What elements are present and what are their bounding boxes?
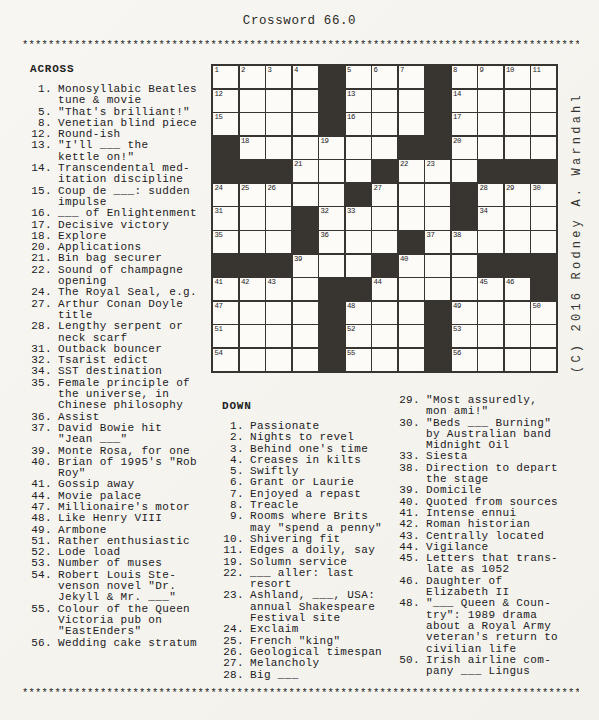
clue-text: Rooms where Britsmay "spend a penny" bbox=[250, 511, 382, 534]
cell-number: 51 bbox=[215, 325, 223, 334]
black-cell bbox=[266, 160, 291, 182]
cell-number: 5 bbox=[347, 66, 351, 75]
cell-number: 43 bbox=[268, 278, 276, 287]
cell-number: 53 bbox=[453, 325, 461, 334]
cell-number: 16 bbox=[347, 113, 355, 122]
grid-cell[interactable]: 15 bbox=[213, 113, 238, 135]
grid-cell[interactable] bbox=[319, 160, 344, 182]
black-cell bbox=[372, 255, 397, 277]
grid-cell[interactable]: 1 bbox=[213, 66, 238, 88]
grid-cell[interactable] bbox=[399, 184, 424, 206]
clue-across-24: 24.The Royal Seal, e.g. bbox=[30, 287, 208, 298]
grid-cell[interactable]: 36 bbox=[319, 231, 344, 253]
grid-cell[interactable] bbox=[478, 349, 503, 371]
cell-number: 4 bbox=[294, 66, 298, 75]
clue-number: 48. bbox=[398, 598, 420, 654]
clue-number: 15. bbox=[30, 186, 52, 209]
grid-cell[interactable] bbox=[505, 302, 530, 324]
grid-cell[interactable]: 9 bbox=[478, 66, 503, 88]
clue-text: "Most assuredly,mon ami!" bbox=[426, 395, 537, 418]
clue-text: ___ of Enlightenment bbox=[58, 208, 197, 219]
grid-cell[interactable]: 53 bbox=[452, 325, 477, 347]
cell-number: 25 bbox=[241, 184, 249, 193]
grid-cell[interactable] bbox=[293, 184, 318, 206]
grid-cell[interactable]: 32 bbox=[319, 207, 344, 229]
grid-cell[interactable] bbox=[425, 207, 450, 229]
cell-number: 21 bbox=[294, 160, 302, 169]
down-header: DOWN bbox=[222, 400, 252, 412]
clue-text: Melancholy bbox=[250, 658, 320, 669]
clue-down-2: 2.Nights to revel bbox=[222, 432, 394, 443]
cell-number: 36 bbox=[321, 231, 329, 240]
clue-down-29: 29."Most assuredly,mon ami!" bbox=[398, 395, 576, 418]
clue-down-7: 7.Enjoyed a repast bbox=[222, 489, 394, 500]
clue-across-56: 56.Wedding cake stratum bbox=[30, 638, 208, 649]
copyright-notice: (C) 2016 Rodney A. Warndahl bbox=[566, 64, 588, 373]
grid-cell[interactable] bbox=[372, 302, 397, 324]
clue-text: Robert Louis Ste-venson novel "Dr.Jekyll… bbox=[58, 570, 176, 604]
grid-cell[interactable]: 47 bbox=[213, 302, 238, 324]
grid-cell[interactable] bbox=[346, 231, 371, 253]
grid-cell[interactable] bbox=[505, 207, 530, 229]
grid-cell[interactable] bbox=[478, 302, 503, 324]
clue-number: 1. bbox=[30, 84, 52, 107]
black-cell bbox=[531, 255, 556, 277]
clue-number: 11. bbox=[222, 545, 244, 556]
clue-across-1: 1.Monosyllabic Beatlestune & movie bbox=[30, 84, 208, 107]
clue-number: 22. bbox=[30, 265, 52, 288]
cell-number: 46 bbox=[506, 278, 514, 287]
clue-text: The Royal Seal, e.g. bbox=[58, 287, 197, 298]
grid-cell[interactable] bbox=[505, 137, 530, 159]
clue-number: 54. bbox=[30, 570, 52, 604]
clue-number: 28. bbox=[222, 670, 244, 681]
grid-cell[interactable]: 56 bbox=[452, 349, 477, 371]
grid-cell[interactable] bbox=[531, 90, 556, 112]
clue-text: Monosyllabic Beatlestune & movie bbox=[58, 84, 197, 107]
grid-cell[interactable] bbox=[240, 207, 265, 229]
grid-cell[interactable]: 20 bbox=[452, 137, 477, 159]
grid-cell[interactable]: 34 bbox=[478, 207, 503, 229]
clue-across-41: 41.Gossip away bbox=[30, 479, 208, 490]
clue-text: Direction to departthe stage bbox=[426, 463, 558, 486]
grid-cell[interactable]: 38 bbox=[452, 231, 477, 253]
black-cell bbox=[319, 325, 344, 347]
grid-cell[interactable] bbox=[425, 184, 450, 206]
cell-number: 42 bbox=[241, 278, 249, 287]
cell-number: 1 bbox=[215, 66, 219, 75]
grid-cell[interactable]: 27 bbox=[372, 184, 397, 206]
grid-cell[interactable] bbox=[372, 137, 397, 159]
grid-cell[interactable] bbox=[293, 90, 318, 112]
grid-cell[interactable]: 51 bbox=[213, 325, 238, 347]
clue-number: 37. bbox=[30, 423, 52, 446]
grid-cell[interactable] bbox=[266, 302, 291, 324]
grid-cell[interactable]: 54 bbox=[213, 349, 238, 371]
grid-cell[interactable] bbox=[478, 231, 503, 253]
black-cell bbox=[452, 207, 477, 229]
cell-number: 31 bbox=[215, 207, 223, 216]
grid-cell[interactable]: 40 bbox=[399, 255, 424, 277]
grid-cell[interactable]: 43 bbox=[266, 278, 291, 300]
cell-number: 22 bbox=[400, 160, 408, 169]
grid-cell[interactable] bbox=[240, 113, 265, 135]
clue-text: Like Henry VIII bbox=[58, 513, 162, 524]
black-cell bbox=[531, 160, 556, 182]
cell-number: 2 bbox=[241, 66, 245, 75]
clue-down-45: 45.Letters that trans-late as 1052 bbox=[398, 553, 576, 576]
clue-down-28: 28.Big ___ bbox=[222, 670, 394, 681]
grid-cell[interactable] bbox=[531, 325, 556, 347]
grid-cell[interactable]: 16 bbox=[346, 113, 371, 135]
grid-cell[interactable]: 31 bbox=[213, 207, 238, 229]
black-cell bbox=[293, 207, 318, 229]
grid-cell[interactable]: 39 bbox=[293, 255, 318, 277]
clue-text: Exclaim bbox=[250, 624, 299, 635]
clue-number: 27. bbox=[222, 658, 244, 669]
grid-cell[interactable]: 4 bbox=[293, 66, 318, 88]
cell-number: 40 bbox=[400, 255, 408, 264]
grid-cell[interactable] bbox=[293, 278, 318, 300]
clue-text: Gossip away bbox=[58, 479, 134, 490]
grid-cell[interactable]: 17 bbox=[452, 113, 477, 135]
grid-cell[interactable]: 19 bbox=[319, 137, 344, 159]
clue-number: 39. bbox=[398, 485, 420, 496]
clue-number: 48. bbox=[30, 513, 52, 524]
grid-cell[interactable] bbox=[266, 113, 291, 135]
grid-cell[interactable]: 3 bbox=[266, 66, 291, 88]
grid-cell[interactable]: 55 bbox=[346, 349, 371, 371]
grid-cell[interactable]: 13 bbox=[346, 90, 371, 112]
grid-cell[interactable] bbox=[531, 137, 556, 159]
grid-cell[interactable] bbox=[505, 90, 530, 112]
black-cell bbox=[240, 160, 265, 182]
grid-cell[interactable]: 30 bbox=[531, 184, 556, 206]
grid-cell[interactable]: 44 bbox=[372, 278, 397, 300]
black-cell bbox=[372, 160, 397, 182]
cell-number: 9 bbox=[480, 66, 484, 75]
clue-number: 41. bbox=[30, 479, 52, 490]
grid-cell[interactable]: 50 bbox=[531, 302, 556, 324]
clue-text: Daughter ofElizabeth II bbox=[426, 576, 509, 599]
cell-number: 41 bbox=[215, 278, 223, 287]
clue-text: Wedding cake stratum bbox=[58, 638, 197, 649]
grid-cell[interactable]: 48 bbox=[346, 302, 371, 324]
divider-bottom: ****************************************… bbox=[22, 687, 579, 699]
grid-cell[interactable] bbox=[399, 325, 424, 347]
black-cell bbox=[425, 66, 450, 88]
grid-cell[interactable]: 22 bbox=[399, 160, 424, 182]
clue-number: 22. bbox=[222, 568, 244, 591]
grid-cell[interactable]: 49 bbox=[452, 302, 477, 324]
clue-text: Nights to revel bbox=[250, 432, 354, 443]
cell-number: 18 bbox=[241, 137, 249, 146]
grid-cell[interactable] bbox=[293, 302, 318, 324]
black-cell bbox=[319, 90, 344, 112]
grid-cell[interactable]: 7 bbox=[399, 66, 424, 88]
grid-cell[interactable] bbox=[293, 349, 318, 371]
clue-down-9: 9.Rooms where Britsmay "spend a penny" bbox=[222, 511, 394, 534]
cell-number: 47 bbox=[215, 302, 223, 311]
grid-cell[interactable] bbox=[372, 231, 397, 253]
cell-number: 29 bbox=[506, 184, 514, 193]
clue-text: "___ Queen & Coun-try": 1989 dramaabout … bbox=[426, 598, 558, 654]
grid-cell[interactable] bbox=[372, 349, 397, 371]
grid-cell[interactable] bbox=[531, 349, 556, 371]
cell-number: 52 bbox=[347, 325, 355, 334]
black-cell bbox=[346, 184, 371, 206]
grid-cell[interactable]: 41 bbox=[213, 278, 238, 300]
clue-text: Female principle ofthe universe, inChine… bbox=[58, 378, 190, 412]
grid-cell[interactable]: 2 bbox=[240, 66, 265, 88]
grid-cell[interactable]: 37 bbox=[425, 231, 450, 253]
across-header: ACROSS bbox=[30, 63, 74, 75]
cell-number: 17 bbox=[453, 113, 461, 122]
black-cell bbox=[425, 137, 450, 159]
cell-number: 20 bbox=[453, 137, 461, 146]
cell-number: 26 bbox=[268, 184, 276, 193]
grid-cell[interactable] bbox=[478, 90, 503, 112]
cell-number: 49 bbox=[453, 302, 461, 311]
clue-text: Brian of 1995's "RobRoy" bbox=[58, 457, 197, 480]
clue-across-14: 14.Transcendental med-itation discipline bbox=[30, 163, 208, 186]
cell-number: 34 bbox=[480, 207, 488, 216]
grid-cell[interactable]: 11 bbox=[531, 66, 556, 88]
grid-cell[interactable]: 45 bbox=[478, 278, 503, 300]
grid-cell[interactable]: 26 bbox=[266, 184, 291, 206]
cell-number: 55 bbox=[347, 349, 355, 358]
grid-cell[interactable] bbox=[346, 160, 371, 182]
grid-cell[interactable] bbox=[399, 302, 424, 324]
black-cell bbox=[505, 160, 530, 182]
black-cell bbox=[425, 302, 450, 324]
grid-cell[interactable]: 28 bbox=[478, 184, 503, 206]
clue-number: 24. bbox=[222, 624, 244, 635]
grid-cell[interactable]: 25 bbox=[240, 184, 265, 206]
black-cell bbox=[505, 255, 530, 277]
grid-cell[interactable] bbox=[399, 349, 424, 371]
cell-number: 37 bbox=[427, 231, 435, 240]
clue-text: Ashland, ___, USA:annual ShakespeareFest… bbox=[250, 590, 375, 624]
grid-cell[interactable] bbox=[319, 184, 344, 206]
clue-number: 29. bbox=[398, 395, 420, 418]
clue-across-40: 40.Brian of 1995's "RobRoy" bbox=[30, 457, 208, 480]
clue-down-4: 4.Creases in kilts bbox=[222, 455, 394, 466]
across-clue-list: 1.Monosyllabic Beatlestune & movie5."Tha… bbox=[30, 84, 208, 649]
page-title: Crossword 66.0 bbox=[0, 14, 599, 28]
cell-number: 14 bbox=[453, 90, 461, 99]
black-cell bbox=[425, 325, 450, 347]
grid-cell[interactable] bbox=[399, 207, 424, 229]
cell-number: 24 bbox=[215, 184, 223, 193]
grid-cell[interactable] bbox=[266, 207, 291, 229]
grid-cell[interactable]: 24 bbox=[213, 184, 238, 206]
grid-cell[interactable] bbox=[293, 113, 318, 135]
grid-cell[interactable] bbox=[240, 349, 265, 371]
clue-number: 24. bbox=[30, 287, 52, 298]
grid-cell[interactable] bbox=[266, 325, 291, 347]
black-cell bbox=[425, 90, 450, 112]
cell-number: 27 bbox=[374, 184, 382, 193]
black-cell bbox=[213, 137, 238, 159]
grid-cell[interactable] bbox=[372, 113, 397, 135]
clue-text: Sound of champagneopening bbox=[58, 265, 183, 288]
grid-cell[interactable] bbox=[293, 137, 318, 159]
cell-number: 39 bbox=[294, 255, 302, 264]
clue-down-22: 22.___ aller: lastresort bbox=[222, 568, 394, 591]
grid-cell[interactable] bbox=[452, 278, 477, 300]
grid-cell[interactable] bbox=[240, 325, 265, 347]
clue-number: 46. bbox=[398, 576, 420, 599]
grid-cell[interactable]: 12 bbox=[213, 90, 238, 112]
grid-cell[interactable] bbox=[293, 325, 318, 347]
clue-number: 30. bbox=[398, 418, 420, 452]
grid-cell[interactable]: 5 bbox=[346, 66, 371, 88]
clue-number: 40. bbox=[30, 457, 52, 480]
clue-number: 55. bbox=[30, 604, 52, 638]
grid-cell[interactable] bbox=[240, 90, 265, 112]
clue-text: Roman historian bbox=[426, 519, 530, 530]
grid-cell[interactable] bbox=[266, 137, 291, 159]
grid-cell[interactable]: 42 bbox=[240, 278, 265, 300]
black-cell bbox=[452, 184, 477, 206]
cell-number: 3 bbox=[268, 66, 272, 75]
grid-cell[interactable] bbox=[425, 278, 450, 300]
clue-down-30: 30."Beds ___ Burning"by Australian bandM… bbox=[398, 418, 576, 452]
grid-cell[interactable]: 18 bbox=[240, 137, 265, 159]
black-cell bbox=[266, 255, 291, 277]
cell-number: 32 bbox=[321, 207, 329, 216]
black-cell bbox=[319, 349, 344, 371]
grid-cell[interactable]: 6 bbox=[372, 66, 397, 88]
black-cell bbox=[213, 160, 238, 182]
clue-number: 2. bbox=[222, 432, 244, 443]
clue-number: 23. bbox=[222, 590, 244, 624]
clue-text: ___ aller: lastresort bbox=[250, 568, 354, 591]
clue-number: 9. bbox=[222, 511, 244, 534]
grid-cell[interactable]: 21 bbox=[293, 160, 318, 182]
grid-cell[interactable] bbox=[240, 302, 265, 324]
grid-cell[interactable] bbox=[372, 90, 397, 112]
grid-cell[interactable] bbox=[372, 325, 397, 347]
grid-cell[interactable] bbox=[372, 207, 397, 229]
divider-top: ****************************************… bbox=[22, 39, 579, 51]
crossword-grid: 1234567891011121314151617181920212223242… bbox=[211, 64, 558, 373]
cell-number: 54 bbox=[215, 349, 223, 358]
cell-number: 30 bbox=[533, 184, 541, 193]
grid-cell[interactable] bbox=[478, 137, 503, 159]
grid-cell[interactable] bbox=[478, 113, 503, 135]
grid-cell[interactable] bbox=[240, 231, 265, 253]
cell-number: 12 bbox=[215, 90, 223, 99]
cell-number: 19 bbox=[321, 137, 329, 146]
grid-cell[interactable] bbox=[505, 113, 530, 135]
grid-cell[interactable] bbox=[266, 90, 291, 112]
grid-cell[interactable] bbox=[399, 113, 424, 135]
grid-cell[interactable] bbox=[346, 255, 371, 277]
clue-across-13: 13."I'll ___ thekettle on!" bbox=[30, 140, 208, 163]
clue-across-35: 35.Female principle ofthe universe, inCh… bbox=[30, 378, 208, 412]
grid-cell[interactable] bbox=[266, 231, 291, 253]
grid-cell[interactable] bbox=[505, 349, 530, 371]
clue-text: Transcendental med-itation discipline bbox=[58, 163, 190, 186]
grid-cell[interactable] bbox=[505, 231, 530, 253]
grid-cell[interactable] bbox=[346, 137, 371, 159]
clue-text: Irish airline com-pany ___ Lingus bbox=[426, 655, 551, 678]
cell-number: 38 bbox=[453, 231, 461, 240]
clue-down-24: 24.Exclaim bbox=[222, 624, 394, 635]
cell-number: 8 bbox=[453, 66, 457, 75]
black-cell bbox=[478, 255, 503, 277]
clue-down-46: 46.Daughter ofElizabeth II bbox=[398, 576, 576, 599]
black-cell bbox=[399, 137, 424, 159]
grid-cell[interactable]: 10 bbox=[505, 66, 530, 88]
grid-cell[interactable] bbox=[452, 160, 477, 182]
clue-text: "I'll ___ thekettle on!" bbox=[58, 140, 148, 163]
cell-number: 13 bbox=[347, 90, 355, 99]
black-cell bbox=[240, 255, 265, 277]
grid-cell[interactable]: 35 bbox=[213, 231, 238, 253]
clue-text: David Bowie hit"Jean ___" bbox=[58, 423, 162, 446]
black-cell bbox=[319, 302, 344, 324]
grid-cell[interactable]: 33 bbox=[346, 207, 371, 229]
grid-cell[interactable] bbox=[531, 231, 556, 253]
clue-number: 28. bbox=[30, 321, 52, 344]
black-cell bbox=[346, 278, 371, 300]
down-clue-list-right: 29."Most assuredly,mon ami!"30."Beds ___… bbox=[398, 395, 576, 677]
grid-cell[interactable] bbox=[399, 90, 424, 112]
grid-cell[interactable]: 46 bbox=[505, 278, 530, 300]
clue-across-54: 54.Robert Louis Ste-venson novel "Dr.Jek… bbox=[30, 570, 208, 604]
clue-number: 14. bbox=[30, 163, 52, 186]
grid-cell[interactable] bbox=[505, 325, 530, 347]
clue-text: Edges a doily, say bbox=[250, 545, 375, 556]
clue-number: 35. bbox=[30, 378, 52, 412]
clue-down-38: 38.Direction to departthe stage bbox=[398, 463, 576, 486]
clue-across-17: 17.Decisive victory bbox=[30, 220, 208, 231]
grid-cell[interactable]: 14 bbox=[452, 90, 477, 112]
clue-number: 50. bbox=[398, 655, 420, 678]
black-cell bbox=[478, 160, 503, 182]
black-cell bbox=[319, 113, 344, 135]
grid-cell[interactable] bbox=[399, 278, 424, 300]
grid-cell[interactable]: 52 bbox=[346, 325, 371, 347]
cell-number: 33 bbox=[347, 207, 355, 216]
grid-cell[interactable] bbox=[531, 113, 556, 135]
black-cell bbox=[399, 231, 424, 253]
clue-number: 16. bbox=[30, 208, 52, 219]
clue-text: Coup de ___: suddenimpulse bbox=[58, 186, 190, 209]
cell-number: 44 bbox=[374, 278, 382, 287]
grid-cell[interactable] bbox=[531, 207, 556, 229]
grid-cell[interactable]: 8 bbox=[452, 66, 477, 88]
clue-text: "Beds ___ Burning"by Australian bandMidn… bbox=[426, 418, 551, 452]
clue-down-27: 27.Melancholy bbox=[222, 658, 394, 669]
grid-cell[interactable]: 23 bbox=[425, 160, 450, 182]
grid-cell[interactable] bbox=[319, 255, 344, 277]
black-cell bbox=[425, 349, 450, 371]
grid-cell[interactable]: 29 bbox=[505, 184, 530, 206]
cell-number: 50 bbox=[533, 302, 541, 311]
clue-across-27: 27.Arthur Conan Doyletitle bbox=[30, 299, 208, 322]
clue-down-39: 39.Domicile bbox=[398, 485, 576, 496]
grid-cell[interactable] bbox=[266, 349, 291, 371]
grid-cell[interactable] bbox=[452, 255, 477, 277]
clue-number: 42. bbox=[398, 519, 420, 530]
grid-cell[interactable] bbox=[425, 255, 450, 277]
scanned-page: Crossword 66.0 *************************… bbox=[0, 0, 599, 720]
grid-cell[interactable] bbox=[478, 325, 503, 347]
